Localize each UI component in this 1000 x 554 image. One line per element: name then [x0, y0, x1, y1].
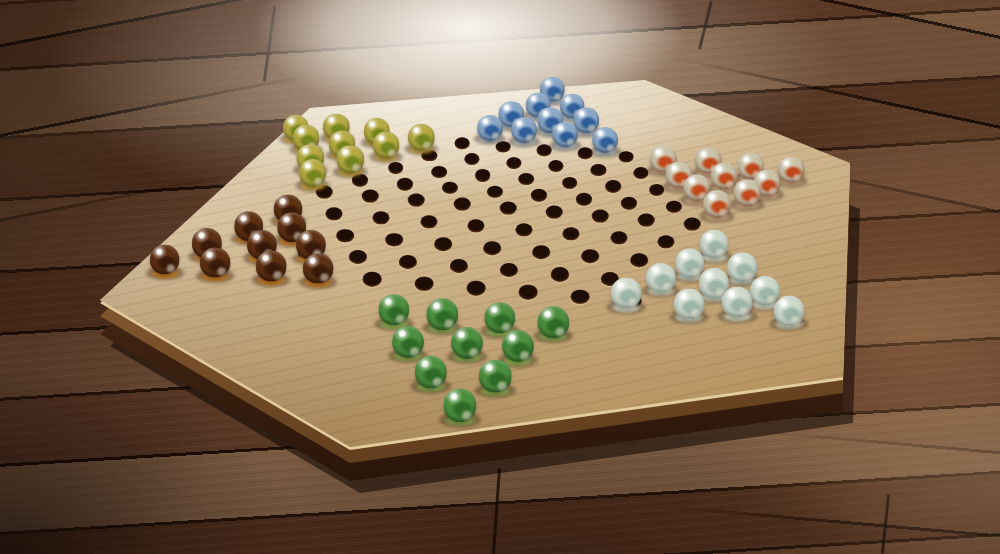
- board-hole-r7c2[interactable]: [397, 178, 413, 191]
- green-marble[interactable]: [414, 356, 447, 389]
- board-hole-r9c2[interactable]: [373, 211, 390, 224]
- blue-marble[interactable]: [512, 117, 538, 143]
- board-hole-r8c3[interactable]: [454, 198, 471, 211]
- board-hole-r8c6[interactable]: [592, 209, 609, 222]
- board-hole-r7c3[interactable]: [442, 182, 458, 195]
- board-hole-r10c4[interactable]: [434, 237, 452, 251]
- board-hole-r12c8[interactable]: [571, 290, 590, 305]
- board-hole-r10c5[interactable]: [483, 241, 501, 255]
- board-hole-r12c7[interactable]: [519, 285, 538, 300]
- board-hole-r10c7[interactable]: [581, 249, 599, 263]
- clear-marble[interactable]: [727, 252, 757, 282]
- orange-marble[interactable]: [703, 190, 731, 218]
- board-hole-r6c4[interactable]: [475, 169, 491, 181]
- green-marble[interactable]: [451, 327, 483, 359]
- clear-marble[interactable]: [774, 295, 805, 326]
- brown-marble[interactable]: [255, 251, 286, 282]
- brown-marble[interactable]: [200, 247, 231, 278]
- yellow-marble[interactable]: [373, 132, 400, 159]
- board-hole-r9c5[interactable]: [515, 223, 532, 236]
- board-hole-r7c7[interactable]: [621, 197, 637, 210]
- board-hole-r10c2[interactable]: [336, 229, 354, 243]
- board-hole-r6c5[interactable]: [518, 173, 534, 185]
- board-hole-r5c6[interactable]: [549, 160, 564, 172]
- board-hole-r12c4[interactable]: [363, 272, 382, 287]
- board-hole-r10c8[interactable]: [630, 254, 648, 268]
- board-hole-r8c7[interactable]: [638, 213, 655, 226]
- photo-scene: [0, 0, 1000, 554]
- board-hole-r8c4[interactable]: [500, 202, 517, 215]
- blue-marble[interactable]: [552, 122, 578, 148]
- board-hole-r5c5[interactable]: [506, 157, 521, 169]
- clear-marble[interactable]: [674, 288, 705, 319]
- clear-marble[interactable]: [722, 287, 753, 318]
- board-hole-r8c1[interactable]: [362, 190, 379, 203]
- board-hole-r11c7[interactable]: [551, 267, 569, 281]
- green-marble[interactable]: [502, 330, 534, 362]
- board-hole-r11c4[interactable]: [399, 254, 417, 268]
- board-hole-r8c2[interactable]: [408, 194, 425, 207]
- board-hole-r12c5[interactable]: [415, 276, 434, 291]
- board-hole-r7c8[interactable]: [666, 201, 682, 214]
- clear-marble[interactable]: [700, 230, 729, 259]
- board-hole-r6c7[interactable]: [605, 180, 621, 192]
- board-hole-r9c8[interactable]: [658, 235, 675, 248]
- board-hole-r6c6[interactable]: [562, 177, 578, 189]
- board-hole-r6c2[interactable]: [388, 162, 404, 174]
- board-hole-r6c3[interactable]: [431, 165, 447, 177]
- blue-marble[interactable]: [477, 115, 503, 141]
- blue-marble[interactable]: [592, 127, 618, 153]
- board-hole-r8c5[interactable]: [546, 205, 563, 218]
- brown-marble[interactable]: [149, 244, 180, 275]
- yellow-marble[interactable]: [299, 159, 327, 187]
- board-hole-r10c3[interactable]: [385, 233, 403, 247]
- board-hole-r9c7[interactable]: [610, 231, 627, 244]
- board-hole-r5c4[interactable]: [464, 153, 479, 165]
- board-hole-r5c7[interactable]: [591, 164, 606, 176]
- board-hole-r9c4[interactable]: [468, 219, 485, 232]
- green-marble[interactable]: [392, 326, 424, 358]
- green-marble[interactable]: [479, 360, 512, 393]
- board-hole-r7c5[interactable]: [531, 189, 547, 202]
- orange-marble[interactable]: [710, 163, 737, 190]
- board-hole-r11c5[interactable]: [450, 259, 468, 273]
- playfield: [0, 0, 1000, 554]
- board-hole-r7c4[interactable]: [487, 185, 503, 198]
- board-hole-r11c3[interactable]: [349, 250, 367, 264]
- board-hole-r9c6[interactable]: [563, 227, 580, 240]
- clear-marble[interactable]: [675, 248, 705, 278]
- clear-marble[interactable]: [611, 278, 642, 309]
- board-hole-r11c6[interactable]: [500, 263, 518, 277]
- board-hole-r4c4[interactable]: [455, 137, 470, 149]
- board-hole-r9c3[interactable]: [420, 215, 437, 228]
- board-hole-r7c6[interactable]: [576, 193, 592, 206]
- board-hole-r8c8[interactable]: [684, 217, 701, 230]
- board-hole-r12c6[interactable]: [467, 281, 486, 296]
- board-hole-r9c1[interactable]: [325, 207, 342, 220]
- brown-marble[interactable]: [302, 253, 333, 284]
- board-hole-r10c6[interactable]: [532, 245, 550, 259]
